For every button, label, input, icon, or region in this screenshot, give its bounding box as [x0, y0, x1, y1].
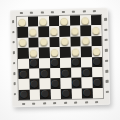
white-piece: ●: [82, 37, 90, 46]
frame-coordinate-mark: [93, 10, 96, 13]
square-f3: [71, 67, 82, 78]
frame-coordinate-mark: [72, 10, 75, 13]
square-h1: [92, 88, 103, 99]
square-d6: [49, 37, 60, 48]
black-piece: ●: [20, 69, 28, 78]
square-d8: [48, 16, 59, 27]
frame-coordinate-mark: [12, 51, 15, 54]
square-h5: ●: [91, 46, 102, 57]
square-e1: ●: [61, 88, 72, 99]
frame-coordinate-mark: [106, 80, 109, 83]
frame-coordinate-mark: [22, 102, 25, 105]
black-piece: ●: [30, 79, 38, 88]
square-b2: ●: [29, 79, 40, 90]
square-d5: ●: [49, 47, 60, 58]
square-h3: [92, 67, 103, 78]
square-a2: [19, 79, 30, 90]
square-g5: [81, 46, 92, 57]
frame-coordinate-mark: [43, 102, 46, 105]
black-piece: ●: [72, 78, 80, 87]
frame-coordinate-mark: [106, 91, 109, 94]
square-d1: [50, 89, 61, 100]
square-e6: ●: [59, 36, 70, 47]
square-d4: ●: [50, 58, 61, 69]
white-piece: ●: [19, 38, 27, 47]
white-piece: ●: [81, 16, 89, 25]
square-b8: [27, 17, 38, 28]
frame-coordinate-mark: [30, 11, 33, 14]
square-a7: [17, 27, 28, 38]
frame-coordinate-mark: [20, 11, 23, 14]
white-piece: ●: [50, 27, 58, 36]
frame-coordinate-mark: [13, 83, 16, 86]
frame-coordinate-mark: [12, 20, 15, 23]
frame-coordinate-mark: [95, 101, 98, 104]
black-piece: ●: [20, 90, 28, 99]
black-piece: ●: [62, 89, 70, 98]
square-h4: ●: [91, 56, 102, 67]
square-f5: ●: [70, 47, 81, 58]
frame-coordinate-mark: [105, 39, 108, 42]
white-piece: ●: [93, 47, 101, 56]
frame-coordinate-mark: [104, 18, 107, 21]
white-piece: ●: [30, 48, 38, 57]
square-b4: ●: [29, 58, 40, 69]
frame-coordinate-mark: [105, 70, 108, 73]
square-b1: [29, 89, 40, 100]
square-f4: ●: [70, 57, 81, 68]
frame-coordinate-mark: [104, 28, 107, 31]
square-d7: ●: [49, 26, 60, 37]
square-c8: ●: [38, 16, 49, 27]
square-c5: [39, 47, 50, 58]
frame-coordinate-mark: [83, 10, 86, 13]
black-piece: ●: [30, 59, 38, 68]
square-f7: ●: [70, 26, 81, 37]
square-c4: [39, 58, 50, 69]
black-piece: ●: [83, 68, 91, 77]
black-piece: ●: [51, 79, 59, 88]
square-e4: [60, 57, 71, 68]
square-a6: ●: [18, 38, 29, 49]
square-h2: ●: [92, 77, 103, 88]
square-h8: [90, 15, 101, 26]
square-b7: ●: [28, 27, 39, 38]
square-f6: [70, 36, 81, 47]
chess-board: ●●●●●●●●●●●●●●●●●●●●●●●●●●●●●●●●: [10, 8, 110, 107]
square-c6: ●: [38, 37, 49, 48]
square-e5: [60, 47, 71, 58]
frame-coordinate-mark: [13, 62, 16, 65]
frame-coordinate-mark: [13, 93, 16, 96]
black-piece: ●: [93, 78, 101, 87]
photo-canvas: ●●●●●●●●●●●●●●●●●●●●●●●●●●●●●●●●: [0, 0, 120, 120]
square-e7: [59, 26, 70, 37]
square-d3: [50, 68, 61, 79]
square-c2: [40, 79, 51, 90]
black-piece: ●: [41, 69, 49, 78]
square-a5: [18, 48, 29, 59]
frame-coordinate-mark: [85, 101, 88, 104]
square-a3: ●: [18, 69, 29, 80]
frame-coordinate-mark: [53, 102, 56, 105]
square-a8: ●: [17, 17, 28, 28]
white-piece: ●: [61, 37, 69, 46]
square-c3: ●: [39, 68, 50, 79]
white-piece: ●: [71, 27, 79, 36]
square-a1: ●: [19, 89, 30, 100]
frame-coordinate-mark: [62, 10, 65, 13]
frame-coordinate-mark: [41, 11, 44, 14]
square-e2: [61, 78, 72, 89]
square-g1: ●: [82, 88, 93, 99]
square-f2: ●: [71, 78, 82, 89]
frame-coordinate-mark: [64, 101, 67, 104]
white-piece: ●: [40, 38, 48, 47]
black-piece: ●: [93, 57, 101, 66]
frame-coordinate-mark: [105, 49, 108, 52]
square-g2: [82, 77, 93, 88]
square-g4: [81, 57, 92, 68]
square-a4: [18, 58, 29, 69]
frame-coordinate-mark: [51, 11, 54, 14]
square-h7: ●: [91, 25, 102, 36]
frame-coordinate-mark: [12, 31, 15, 34]
square-b5: ●: [28, 48, 39, 59]
square-d2: ●: [50, 78, 61, 89]
black-piece: ●: [51, 58, 59, 67]
square-c1: ●: [40, 89, 51, 100]
square-f8: [69, 15, 80, 26]
square-c7: [38, 27, 49, 38]
white-piece: ●: [51, 48, 59, 57]
black-piece: ●: [83, 89, 91, 98]
white-piece: ●: [60, 16, 68, 25]
white-piece: ●: [92, 26, 100, 35]
square-e3: ●: [60, 68, 71, 79]
frame-coordinate-mark: [74, 101, 77, 104]
white-piece: ●: [18, 18, 26, 27]
square-h6: [91, 36, 102, 47]
square-b6: [28, 37, 39, 48]
square-g8: ●: [80, 15, 91, 26]
square-g6: ●: [80, 36, 91, 47]
square-f1: [71, 88, 82, 99]
board-grid: ●●●●●●●●●●●●●●●●●●●●●●●●●●●●●●●●: [16, 14, 104, 101]
frame-coordinate-mark: [105, 60, 108, 63]
square-e8: ●: [59, 16, 70, 27]
white-piece: ●: [72, 47, 80, 56]
square-b3: [29, 68, 40, 79]
square-g7: [80, 26, 91, 37]
frame-coordinate-mark: [32, 102, 35, 105]
black-piece: ●: [62, 68, 70, 77]
frame-coordinate-mark: [12, 41, 15, 44]
white-piece: ●: [29, 28, 37, 37]
square-g3: ●: [81, 67, 92, 78]
frame-coordinate-mark: [13, 72, 16, 75]
black-piece: ●: [41, 90, 49, 99]
black-piece: ●: [72, 58, 80, 67]
white-piece: ●: [39, 17, 47, 26]
